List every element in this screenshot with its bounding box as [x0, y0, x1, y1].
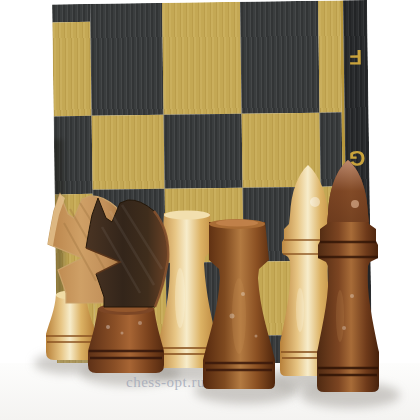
- watermark: chess-opt.ru: [126, 374, 205, 391]
- board-squares-grid: [52, 0, 367, 4]
- dark-bishop-piece: [314, 156, 382, 396]
- board-square: [92, 115, 165, 190]
- board-square: [240, 1, 320, 114]
- board-coordinate-label: F: [344, 44, 368, 70]
- board-square: [164, 114, 243, 189]
- dark-knight-piece: [84, 193, 170, 313]
- board-edge-square: [52, 22, 91, 117]
- board-square: [90, 3, 164, 116]
- dark-rook-piece: [201, 216, 277, 392]
- scene: FG: [0, 0, 420, 420]
- board-square: [318, 0, 342, 112]
- board-edge-square: [52, 4, 90, 23]
- board-square: [162, 2, 242, 115]
